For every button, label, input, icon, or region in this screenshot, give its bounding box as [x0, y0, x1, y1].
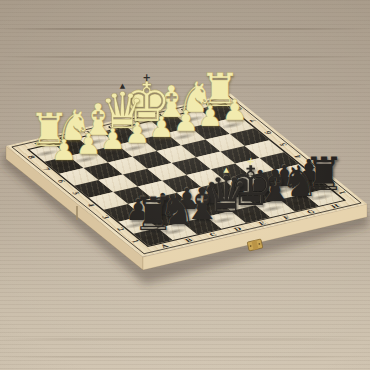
- piece-glyph: ♟: [100, 125, 126, 154]
- piece-glyph: ♜: [132, 191, 173, 237]
- piece-glyph: ♟: [75, 130, 101, 159]
- finial-spike: ▲: [120, 83, 125, 90]
- piece-glyph: ♟: [124, 119, 150, 148]
- piece-glyph: ♟: [222, 96, 248, 125]
- product-photo-scene: ABCDEFGH ABCDEFGH 87654321 87654321 ♜♞♝♛…: [0, 0, 370, 370]
- finial-spike: ▲: [224, 167, 229, 174]
- piece-glyph: ♟: [51, 136, 77, 165]
- piece-glyph: ♟: [173, 107, 199, 136]
- piece-glyph: ♟: [197, 102, 223, 131]
- piece-glyph: ♟: [149, 113, 175, 142]
